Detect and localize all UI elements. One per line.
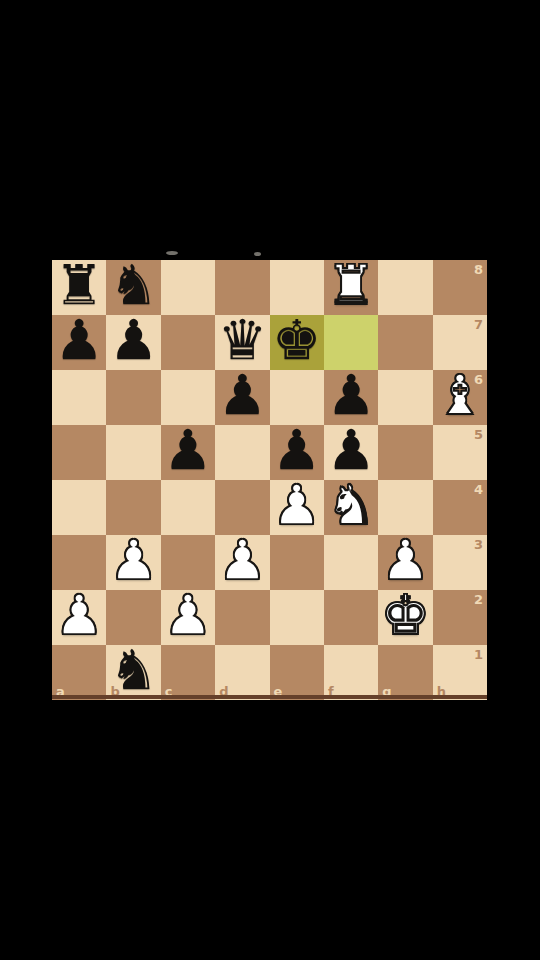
black-queen: ♛ — [218, 313, 267, 368]
rank-label-1: 1 — [474, 648, 483, 661]
square-a4[interactable] — [52, 480, 106, 535]
square-g8[interactable] — [378, 260, 432, 315]
rank-label-4: 4 — [474, 483, 483, 496]
square-a3[interactable] — [52, 535, 106, 590]
square-h1[interactable]: 1h — [433, 645, 487, 700]
square-b7[interactable]: ♟ — [106, 315, 160, 370]
square-b4[interactable] — [106, 480, 160, 535]
square-h5[interactable]: 5 — [433, 425, 487, 480]
square-e2[interactable] — [270, 590, 324, 645]
square-b2[interactable] — [106, 590, 160, 645]
square-h6[interactable]: ♝6 — [433, 370, 487, 425]
square-f3[interactable] — [324, 535, 378, 590]
black-pawn: ♟ — [109, 313, 158, 368]
white-king: ♚ — [381, 588, 430, 643]
chess-board: ♜♞♜8♟♟♛♚7♟♟♝6♟♟♟5♟♞4♟♟♟3♟♟♚2a♞bcdefg1h — [52, 260, 487, 695]
square-d8[interactable] — [215, 260, 269, 315]
square-d4[interactable] — [215, 480, 269, 535]
square-c8[interactable] — [161, 260, 215, 315]
square-e7[interactable]: ♚ — [270, 315, 324, 370]
square-h4[interactable]: 4 — [433, 480, 487, 535]
square-a2[interactable]: ♟ — [52, 590, 106, 645]
black-pawn: ♟ — [326, 423, 375, 478]
square-b8[interactable]: ♞ — [106, 260, 160, 315]
white-pawn: ♟ — [272, 478, 321, 533]
cropped-ui-artifact — [166, 251, 178, 255]
square-g7[interactable] — [378, 315, 432, 370]
black-pawn: ♟ — [326, 368, 375, 423]
square-h7[interactable]: 7 — [433, 315, 487, 370]
square-d7[interactable]: ♛ — [215, 315, 269, 370]
square-e6[interactable] — [270, 370, 324, 425]
square-d5[interactable] — [215, 425, 269, 480]
square-g1[interactable]: g — [378, 645, 432, 700]
square-f7[interactable] — [324, 315, 378, 370]
square-a7[interactable]: ♟ — [52, 315, 106, 370]
square-d1[interactable]: d — [215, 645, 269, 700]
black-pawn: ♟ — [218, 368, 267, 423]
black-rook: ♜ — [55, 258, 104, 313]
square-g4[interactable] — [378, 480, 432, 535]
rank-label-3: 3 — [474, 538, 483, 551]
rank-label-6: 6 — [474, 373, 483, 386]
black-pawn: ♟ — [272, 423, 321, 478]
square-h8[interactable]: 8 — [433, 260, 487, 315]
square-b3[interactable]: ♟ — [106, 535, 160, 590]
rank-label-5: 5 — [474, 428, 483, 441]
square-f4[interactable]: ♞ — [324, 480, 378, 535]
square-d6[interactable]: ♟ — [215, 370, 269, 425]
square-g5[interactable] — [378, 425, 432, 480]
cropped-ui-artifact — [254, 252, 261, 256]
square-d3[interactable]: ♟ — [215, 535, 269, 590]
chess-board-container: ♜♞♜8♟♟♛♚7♟♟♝6♟♟♟5♟♞4♟♟♟3♟♟♚2a♞bcdefg1h — [52, 260, 487, 695]
square-f5[interactable]: ♟ — [324, 425, 378, 480]
square-c7[interactable] — [161, 315, 215, 370]
white-pawn: ♟ — [381, 533, 430, 588]
square-d2[interactable] — [215, 590, 269, 645]
rank-label-2: 2 — [474, 593, 483, 606]
square-b6[interactable] — [106, 370, 160, 425]
square-f2[interactable] — [324, 590, 378, 645]
square-f8[interactable]: ♜ — [324, 260, 378, 315]
square-f1[interactable]: f — [324, 645, 378, 700]
black-pawn: ♟ — [55, 313, 104, 368]
app-screen: ♜♞♜8♟♟♛♚7♟♟♝6♟♟♟5♟♞4♟♟♟3♟♟♚2a♞bcdefg1h — [0, 0, 540, 960]
square-g6[interactable] — [378, 370, 432, 425]
square-a1[interactable]: a — [52, 645, 106, 700]
square-a8[interactable]: ♜ — [52, 260, 106, 315]
black-knight: ♞ — [109, 258, 158, 313]
black-pawn: ♟ — [163, 423, 212, 478]
square-h3[interactable]: 3 — [433, 535, 487, 590]
square-a6[interactable] — [52, 370, 106, 425]
square-c5[interactable]: ♟ — [161, 425, 215, 480]
square-c2[interactable]: ♟ — [161, 590, 215, 645]
square-a5[interactable] — [52, 425, 106, 480]
white-pawn: ♟ — [218, 533, 267, 588]
square-h2[interactable]: 2 — [433, 590, 487, 645]
square-c1[interactable]: c — [161, 645, 215, 700]
square-c6[interactable] — [161, 370, 215, 425]
white-rook: ♜ — [326, 258, 375, 313]
white-pawn: ♟ — [109, 533, 158, 588]
black-king: ♚ — [272, 313, 321, 368]
square-g2[interactable]: ♚ — [378, 590, 432, 645]
rank-label-8: 8 — [474, 263, 483, 276]
white-pawn: ♟ — [55, 588, 104, 643]
square-f6[interactable]: ♟ — [324, 370, 378, 425]
square-e5[interactable]: ♟ — [270, 425, 324, 480]
square-c3[interactable] — [161, 535, 215, 590]
square-e3[interactable] — [270, 535, 324, 590]
rank-label-7: 7 — [474, 318, 483, 331]
white-knight: ♞ — [326, 478, 375, 533]
square-e8[interactable] — [270, 260, 324, 315]
white-pawn: ♟ — [163, 588, 212, 643]
square-b1[interactable]: ♞b — [106, 645, 160, 700]
square-c4[interactable] — [161, 480, 215, 535]
square-e1[interactable]: e — [270, 645, 324, 700]
square-g3[interactable]: ♟ — [378, 535, 432, 590]
board-bottom-edge — [52, 695, 487, 699]
square-b5[interactable] — [106, 425, 160, 480]
square-e4[interactable]: ♟ — [270, 480, 324, 535]
